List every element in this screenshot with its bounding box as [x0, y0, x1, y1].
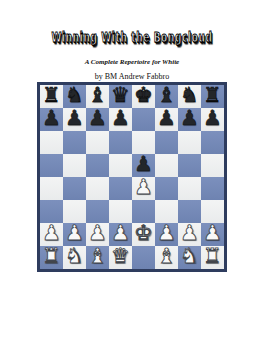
square-e8: ♚ — [132, 85, 155, 108]
square-b1: ♞ — [63, 246, 86, 269]
square-c2: ♟ — [86, 223, 109, 246]
black-pawn-piece: ♟ — [157, 108, 176, 130]
square-d2: ♟ — [109, 223, 132, 246]
square-b7: ♟ — [63, 108, 86, 131]
square-e2: ♚ — [132, 223, 155, 246]
book-subtitle: A Complete Repertoire for White — [0, 58, 264, 66]
square-a1: ♜ — [40, 246, 63, 269]
square-e7 — [132, 108, 155, 131]
square-e3 — [132, 200, 155, 223]
square-g7: ♟ — [178, 108, 201, 131]
square-g5 — [178, 154, 201, 177]
black-knight-piece: ♞ — [180, 85, 199, 107]
black-pawn-piece: ♟ — [134, 154, 153, 176]
black-pawn-piece: ♟ — [203, 108, 222, 130]
square-b5 — [63, 154, 86, 177]
square-h2: ♟ — [201, 223, 224, 246]
square-h7: ♟ — [201, 108, 224, 131]
black-pawn-piece: ♟ — [42, 108, 61, 130]
square-d5 — [109, 154, 132, 177]
square-e4: ♟ — [132, 177, 155, 200]
black-pawn-piece: ♟ — [111, 108, 130, 130]
square-e1 — [132, 246, 155, 269]
square-h4 — [201, 177, 224, 200]
square-a5 — [40, 154, 63, 177]
square-f6 — [155, 131, 178, 154]
square-h3 — [201, 200, 224, 223]
white-knight-piece: ♞ — [65, 246, 84, 268]
square-c8: ♝ — [86, 85, 109, 108]
square-g6 — [178, 131, 201, 154]
square-a2: ♟ — [40, 223, 63, 246]
square-g4 — [178, 177, 201, 200]
black-rook-piece: ♜ — [42, 85, 61, 107]
square-c3 — [86, 200, 109, 223]
square-g8: ♞ — [178, 85, 201, 108]
square-f3 — [155, 200, 178, 223]
square-a4 — [40, 177, 63, 200]
white-queen-piece: ♛ — [111, 246, 130, 268]
chess-board: ♜♞♝♛♚♝♞♜♟♟♟♟♟♟♟♟♟♟♟♟♟♚♟♟♟♜♞♝♛♝♞♜ — [40, 85, 224, 269]
white-rook-piece: ♜ — [203, 246, 222, 268]
book-cover-page: Winning With the Bongcloud A Complete Re… — [0, 0, 264, 341]
square-a7: ♟ — [40, 108, 63, 131]
square-c4 — [86, 177, 109, 200]
square-h5 — [201, 154, 224, 177]
square-g3 — [178, 200, 201, 223]
square-d4 — [109, 177, 132, 200]
square-b6 — [63, 131, 86, 154]
square-g1: ♞ — [178, 246, 201, 269]
square-b8: ♞ — [63, 85, 86, 108]
square-c1: ♝ — [86, 246, 109, 269]
black-knight-piece: ♞ — [65, 85, 84, 107]
square-f5 — [155, 154, 178, 177]
white-pawn-piece: ♟ — [203, 223, 222, 245]
square-f2: ♟ — [155, 223, 178, 246]
square-c5 — [86, 154, 109, 177]
square-h8: ♜ — [201, 85, 224, 108]
black-pawn-piece: ♟ — [88, 108, 107, 130]
square-f1: ♝ — [155, 246, 178, 269]
black-bishop-piece: ♝ — [157, 85, 176, 107]
square-b4 — [63, 177, 86, 200]
black-pawn-piece: ♟ — [180, 108, 199, 130]
square-d8: ♛ — [109, 85, 132, 108]
square-g2: ♟ — [178, 223, 201, 246]
square-d1: ♛ — [109, 246, 132, 269]
book-byline: by BM Andrew Fabbro — [0, 72, 264, 81]
book-title: Winning With the Bongcloud — [48, 29, 217, 45]
square-e5: ♟ — [132, 154, 155, 177]
square-b3 — [63, 200, 86, 223]
white-knight-piece: ♞ — [180, 246, 199, 268]
black-bishop-piece: ♝ — [88, 85, 107, 107]
square-d7: ♟ — [109, 108, 132, 131]
white-rook-piece: ♜ — [42, 246, 61, 268]
white-pawn-piece: ♟ — [65, 223, 84, 245]
black-king-piece: ♚ — [134, 85, 153, 107]
square-h1: ♜ — [201, 246, 224, 269]
square-c7: ♟ — [86, 108, 109, 131]
white-pawn-piece: ♟ — [180, 223, 199, 245]
square-e6 — [132, 131, 155, 154]
white-king-piece: ♚ — [134, 223, 153, 245]
square-a6 — [40, 131, 63, 154]
black-pawn-piece: ♟ — [65, 108, 84, 130]
white-bishop-piece: ♝ — [157, 246, 176, 268]
chess-board-frame: ♜♞♝♛♚♝♞♜♟♟♟♟♟♟♟♟♟♟♟♟♟♚♟♟♟♜♞♝♛♝♞♜ — [37, 82, 227, 272]
white-pawn-piece: ♟ — [111, 223, 130, 245]
black-rook-piece: ♜ — [203, 85, 222, 107]
white-pawn-piece: ♟ — [42, 223, 61, 245]
white-pawn-piece: ♟ — [88, 223, 107, 245]
white-bishop-piece: ♝ — [88, 246, 107, 268]
square-d6 — [109, 131, 132, 154]
square-c6 — [86, 131, 109, 154]
square-f8: ♝ — [155, 85, 178, 108]
square-d3 — [109, 200, 132, 223]
square-b2: ♟ — [63, 223, 86, 246]
black-queen-piece: ♛ — [111, 85, 130, 107]
white-pawn-piece: ♟ — [134, 177, 153, 199]
square-a3 — [40, 200, 63, 223]
square-a8: ♜ — [40, 85, 63, 108]
square-f7: ♟ — [155, 108, 178, 131]
square-f4 — [155, 177, 178, 200]
white-pawn-piece: ♟ — [157, 223, 176, 245]
square-h6 — [201, 131, 224, 154]
